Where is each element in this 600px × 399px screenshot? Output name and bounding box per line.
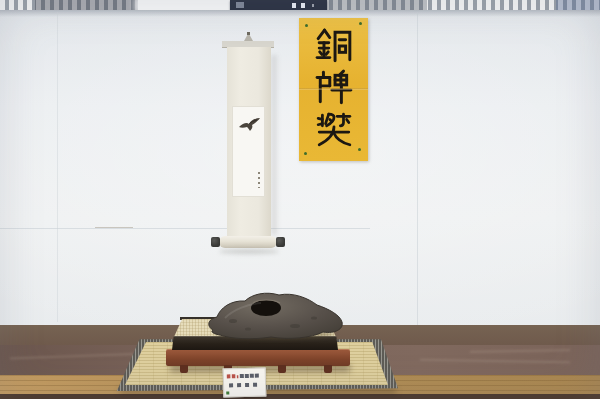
ceiling-shadow-left <box>35 0 145 10</box>
exhibition-photo: 銅牌獎 <box>0 0 600 399</box>
scroll-shadow <box>271 55 277 235</box>
sign-mark <box>292 3 296 8</box>
painting-panel <box>232 106 265 197</box>
exhibit-label-card <box>223 367 267 397</box>
sign-mark <box>236 2 244 8</box>
wall-seam-vertical-left <box>57 12 58 322</box>
artist-signature <box>258 172 260 188</box>
wall-seam-scratch <box>95 227 133 228</box>
sign-mark <box>301 3 305 8</box>
viewing-stone <box>203 290 349 343</box>
ceiling-light-glow <box>138 0 233 10</box>
roller-knob-right <box>276 237 285 247</box>
label-green-dot <box>226 391 229 394</box>
stand-foot <box>324 365 332 373</box>
award-banner: 銅牌獎 <box>299 18 368 161</box>
award-banner-text: 銅牌獎 <box>299 18 300 19</box>
roller-shadow <box>219 249 279 254</box>
wall-seam-vertical <box>417 12 418 330</box>
banner-pin <box>304 152 307 155</box>
banner-pin <box>359 22 362 25</box>
hanging-scroll <box>211 30 285 256</box>
banner-char-jiang <box>315 111 353 149</box>
roller-knob-left <box>211 237 220 247</box>
banner-char-tong <box>315 27 353 65</box>
scroll-roller <box>219 236 277 248</box>
display-stand <box>166 349 350 366</box>
sign-mark <box>312 4 314 7</box>
stone-hole <box>251 300 281 316</box>
banner-pin <box>358 148 361 151</box>
stand-foot <box>278 365 286 373</box>
table-front-edge <box>0 394 600 399</box>
ceiling-shadow-right <box>327 0 427 10</box>
hawk-icon <box>238 117 261 133</box>
wall-top-shadow <box>0 10 600 17</box>
wall-seam-horizontal <box>0 228 370 229</box>
banner-crease <box>299 88 368 90</box>
stand-foot <box>180 365 188 373</box>
label-text-marks <box>224 368 266 396</box>
ceiling-blue-patch <box>556 0 600 10</box>
banner-pin <box>305 24 308 27</box>
scroll-hanger-hook <box>247 32 250 35</box>
